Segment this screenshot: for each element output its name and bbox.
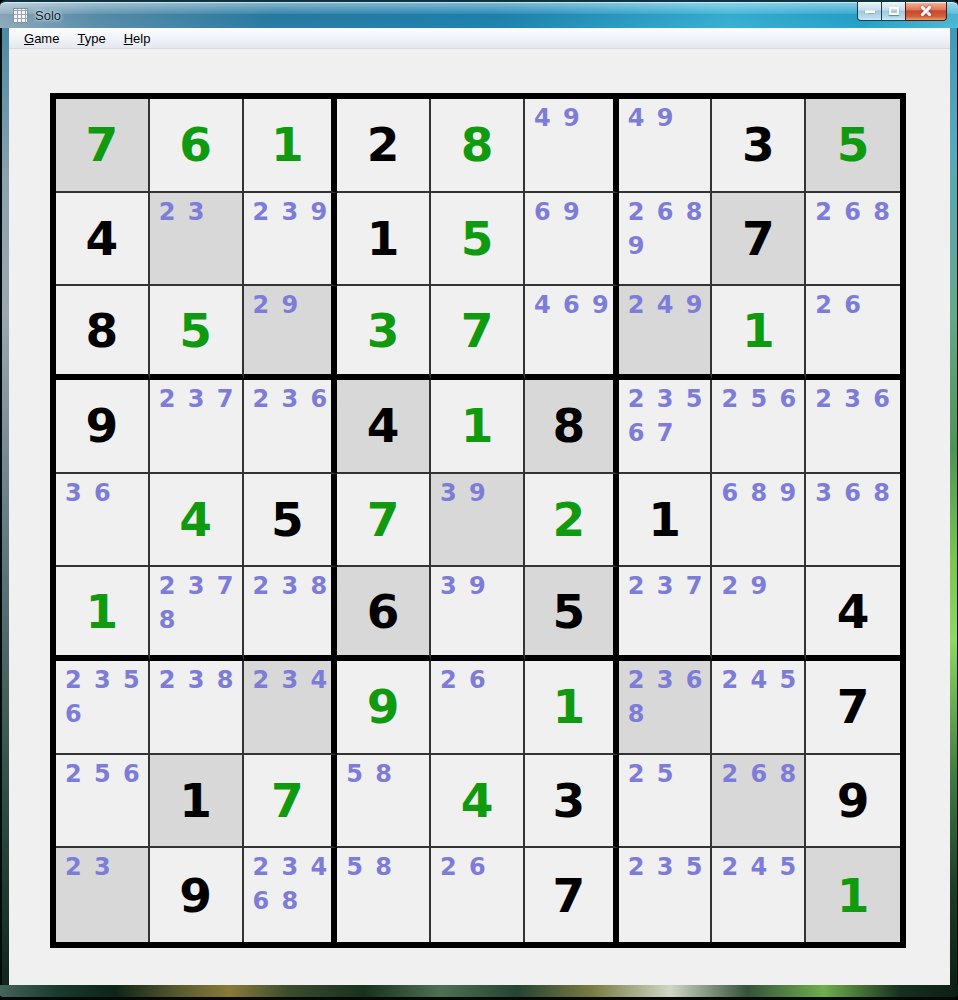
pencil-marks: 23468 [244, 848, 332, 942]
given-digit: 5 [552, 588, 585, 635]
cell-r3c6[interactable]: 469 [525, 286, 619, 380]
entered-digit: 1 [271, 121, 304, 168]
cell-r3c7[interactable]: 249 [619, 286, 713, 380]
entered-digit: 9 [367, 683, 400, 730]
pencil-marks: 29 [712, 567, 804, 655]
cell-r2c1[interactable]: 4 [56, 193, 150, 287]
given-digit: 9 [179, 872, 212, 919]
cell-r9c9[interactable]: 1 [806, 848, 900, 942]
cell-r8c8[interactable]: 268 [712, 755, 806, 849]
cell-r4c1[interactable]: 9 [56, 380, 150, 474]
cell-r4c7[interactable]: 23567 [619, 380, 713, 474]
pencil-marks: 268 [806, 193, 900, 285]
given-digit: 7 [742, 215, 775, 262]
window-caption-buttons [857, 2, 947, 21]
entered-digit: 1 [461, 402, 494, 449]
window-titlebar[interactable]: Solo [0, 0, 958, 28]
close-button[interactable] [905, 2, 947, 21]
given-digit: 9 [86, 402, 119, 449]
cell-r1c5[interactable]: 8 [431, 99, 525, 193]
pencil-marks: 239 [244, 193, 332, 285]
pencil-marks: 689 [712, 474, 804, 566]
cell-r2c5[interactable]: 5 [431, 193, 525, 287]
pencil-marks: 23 [150, 193, 242, 285]
given-digit: 1 [179, 777, 212, 824]
cell-r8c7[interactable]: 25 [619, 755, 713, 849]
cell-r2c4[interactable]: 1 [337, 193, 431, 287]
cell-r3c8[interactable]: 1 [712, 286, 806, 380]
entered-digit: 4 [461, 777, 494, 824]
menu-help-label: elp [133, 31, 150, 46]
pencil-marks: 238 [150, 661, 242, 753]
cell-r2c8[interactable]: 7 [712, 193, 806, 287]
cell-r6c5[interactable]: 39 [431, 567, 525, 661]
cell-r5c2[interactable]: 4 [150, 474, 244, 568]
window-border-right [950, 28, 958, 985]
cell-r8c1[interactable]: 256 [56, 755, 150, 849]
given-digit: 3 [552, 777, 585, 824]
cell-r6c8[interactable]: 29 [712, 567, 806, 661]
cell-r2c3[interactable]: 239 [244, 193, 338, 287]
pencil-marks: 268 [712, 755, 804, 847]
cell-r7c7[interactable]: 2368 [619, 661, 713, 755]
pencil-marks: 245 [712, 848, 804, 942]
cell-r6c3[interactable]: 238 [244, 567, 338, 661]
cell-r4c5[interactable]: 1 [431, 380, 525, 474]
cell-r6c4[interactable]: 6 [337, 567, 431, 661]
pencil-marks: 23567 [619, 380, 711, 472]
cell-r3c1[interactable]: 8 [56, 286, 150, 380]
cell-r8c4[interactable]: 58 [337, 755, 431, 849]
pencil-marks: 249 [619, 286, 711, 374]
cell-r5c3[interactable]: 5 [244, 474, 338, 568]
cell-r4c6[interactable]: 8 [525, 380, 619, 474]
pencil-marks: 69 [525, 193, 613, 285]
pencil-marks: 2368 [619, 661, 711, 753]
maximize-icon [889, 7, 899, 15]
cell-r3c3[interactable]: 29 [244, 286, 338, 380]
menu-item-help[interactable]: Help [115, 29, 160, 48]
cell-r5c1[interactable]: 36 [56, 474, 150, 568]
cell-r2c7[interactable]: 2689 [619, 193, 713, 287]
window-title: Solo [35, 8, 61, 23]
cell-r1c2[interactable]: 6 [150, 99, 244, 193]
given-digit: 9 [837, 777, 870, 824]
cell-r4c9[interactable]: 236 [806, 380, 900, 474]
pencil-marks: 238 [244, 567, 332, 655]
cell-r9c1[interactable]: 23 [56, 848, 150, 942]
cell-r7c9[interactable]: 7 [806, 661, 900, 755]
pencil-marks: 25 [619, 755, 711, 847]
cell-r7c2[interactable]: 238 [150, 661, 244, 755]
pencil-marks: 58 [337, 848, 429, 942]
entered-digit: 7 [367, 496, 400, 543]
pencil-marks: 245 [712, 661, 804, 753]
menu-type-label: ype [85, 31, 106, 46]
cell-r5c9[interactable]: 368 [806, 474, 900, 568]
cell-r9c8[interactable]: 245 [712, 848, 806, 942]
given-digit: 1 [367, 215, 400, 262]
entered-digit: 8 [461, 121, 494, 168]
pencil-marks: 256 [56, 755, 148, 847]
pencil-marks: 368 [806, 474, 900, 566]
entered-digit: 7 [271, 777, 304, 824]
cell-r6c6[interactable]: 5 [525, 567, 619, 661]
given-digit: 4 [86, 215, 119, 262]
entered-digit: 4 [179, 496, 212, 543]
pencil-marks: 237 [619, 567, 711, 655]
minimize-button[interactable] [857, 2, 882, 21]
given-digit: 8 [552, 402, 585, 449]
cell-r7c8[interactable]: 245 [712, 661, 806, 755]
cell-r8c3[interactable]: 7 [244, 755, 338, 849]
cell-r5c7[interactable]: 1 [619, 474, 713, 568]
cell-r1c3[interactable]: 1 [244, 99, 338, 193]
sudoku-board: 7612849493542323915692689726885293746924… [50, 93, 906, 948]
window-border-left [0, 28, 9, 985]
pencil-marks: 39 [431, 567, 523, 655]
cell-r1c4[interactable]: 2 [337, 99, 431, 193]
cell-r7c1[interactable]: 2356 [56, 661, 150, 755]
cell-r4c8[interactable]: 256 [712, 380, 806, 474]
given-digit: 8 [86, 307, 119, 354]
cell-r7c4[interactable]: 9 [337, 661, 431, 755]
pencil-marks: 49 [619, 99, 711, 191]
pencil-marks: 23 [56, 848, 148, 942]
cell-r9c7[interactable]: 235 [619, 848, 713, 942]
cell-r8c2[interactable]: 1 [150, 755, 244, 849]
cell-r4c4[interactable]: 4 [337, 380, 431, 474]
cell-r4c2[interactable]: 237 [150, 380, 244, 474]
entered-digit: 1 [86, 588, 119, 635]
window-client-area: Game Type Help 7612849493542323915692689… [9, 28, 950, 985]
menu-type-accesskey: T [77, 31, 84, 46]
entered-digit: 1 [837, 872, 870, 919]
entered-digit: 2 [552, 496, 585, 543]
given-digit: 1 [648, 496, 681, 543]
cell-r2c6[interactable]: 69 [525, 193, 619, 287]
entered-digit: 1 [552, 683, 585, 730]
entered-digit: 3 [367, 307, 400, 354]
entered-digit: 5 [461, 215, 494, 262]
pencil-marks: 29 [244, 286, 332, 374]
cell-r9c4[interactable]: 58 [337, 848, 431, 942]
pencil-marks: 2378 [150, 567, 242, 655]
pencil-marks: 235 [619, 848, 711, 942]
given-digit: 4 [367, 402, 400, 449]
pencil-marks: 469 [525, 286, 613, 374]
close-icon [919, 4, 933, 18]
entered-digit: 7 [86, 121, 119, 168]
menu-item-game[interactable]: Game [15, 29, 68, 48]
menu-bar: Game Type Help [9, 28, 950, 49]
cell-r6c7[interactable]: 237 [619, 567, 713, 661]
pencil-marks: 26 [431, 848, 523, 942]
cell-r1c1[interactable]: 7 [56, 99, 150, 193]
cell-r6c2[interactable]: 2378 [150, 567, 244, 661]
cell-r9c3[interactable]: 23468 [244, 848, 338, 942]
minimize-icon [865, 10, 875, 13]
pencil-marks: 234 [244, 661, 332, 753]
maximize-button[interactable] [881, 2, 906, 21]
cell-r2c2[interactable]: 23 [150, 193, 244, 287]
cell-r4c3[interactable]: 236 [244, 380, 338, 474]
pencil-marks: 236 [244, 380, 332, 472]
cell-r7c5[interactable]: 26 [431, 661, 525, 755]
cell-r5c8[interactable]: 689 [712, 474, 806, 568]
cell-r2c9[interactable]: 268 [806, 193, 900, 287]
cell-r3c4[interactable]: 3 [337, 286, 431, 380]
cell-r1c8[interactable]: 3 [712, 99, 806, 193]
pencil-marks: 39 [431, 474, 523, 566]
given-digit: 7 [837, 683, 870, 730]
cell-r3c2[interactable]: 5 [150, 286, 244, 380]
given-digit: 7 [552, 872, 585, 919]
cell-r1c9[interactable]: 5 [806, 99, 900, 193]
pencil-marks: 58 [337, 755, 429, 847]
cell-r3c9[interactable]: 26 [806, 286, 900, 380]
pencil-marks: 36 [56, 474, 148, 566]
entered-digit: 1 [742, 307, 775, 354]
window-border-bottom [0, 985, 958, 1000]
pencil-marks: 256 [712, 380, 804, 472]
cell-r3c5[interactable]: 7 [431, 286, 525, 380]
cell-r9c5[interactable]: 26 [431, 848, 525, 942]
given-digit: 5 [271, 496, 304, 543]
cell-r6c9[interactable]: 4 [806, 567, 900, 661]
cell-r8c6[interactable]: 3 [525, 755, 619, 849]
cell-r8c9[interactable]: 9 [806, 755, 900, 849]
cell-r5c5[interactable]: 39 [431, 474, 525, 568]
menu-help-accesskey: H [124, 31, 133, 46]
pencil-marks: 26 [806, 286, 900, 374]
cell-r7c6[interactable]: 1 [525, 661, 619, 755]
given-digit: 2 [367, 121, 400, 168]
menu-item-type[interactable]: Type [68, 29, 114, 48]
pencil-marks: 236 [806, 380, 900, 472]
cell-r7c3[interactable]: 234 [244, 661, 338, 755]
pencil-marks: 2689 [619, 193, 711, 285]
cell-r5c4[interactable]: 7 [337, 474, 431, 568]
given-digit: 6 [367, 588, 400, 635]
pencil-marks: 2356 [56, 661, 148, 753]
pencil-marks: 237 [150, 380, 242, 472]
cell-r9c6[interactable]: 7 [525, 848, 619, 942]
cell-r6c1[interactable]: 1 [56, 567, 150, 661]
entered-digit: 6 [179, 121, 212, 168]
entered-digit: 5 [179, 307, 212, 354]
pencil-marks: 26 [431, 661, 523, 753]
entered-digit: 7 [461, 307, 494, 354]
cell-r8c5[interactable]: 4 [431, 755, 525, 849]
cell-r9c2[interactable]: 9 [150, 848, 244, 942]
pencil-marks: 49 [525, 99, 613, 191]
given-digit: 3 [742, 121, 775, 168]
entered-digit: 5 [837, 121, 870, 168]
cell-r5c6[interactable]: 2 [525, 474, 619, 568]
menu-game-label: ame [34, 31, 59, 46]
menu-game-accesskey: G [24, 31, 34, 46]
cell-r1c6[interactable]: 49 [525, 99, 619, 193]
cell-r1c7[interactable]: 49 [619, 99, 713, 193]
app-icon[interactable] [13, 8, 28, 23]
given-digit: 4 [837, 588, 870, 635]
